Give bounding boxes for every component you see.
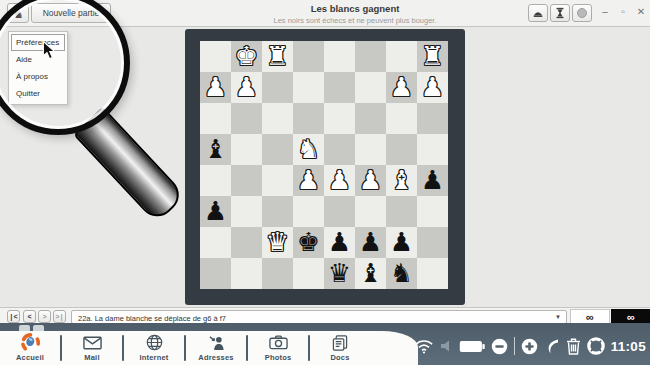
square-e8[interactable] — [293, 258, 324, 289]
square-h6[interactable]: ♟ — [200, 196, 231, 227]
chevron-down-icon: ▼ — [555, 314, 561, 320]
battery-full-icon[interactable] — [459, 340, 485, 353]
square-d6[interactable] — [324, 196, 355, 227]
square-d5[interactable]: ♟ — [324, 165, 355, 196]
square-a8[interactable] — [417, 258, 448, 289]
maximize-button[interactable]: ▫ — [616, 6, 630, 17]
white-knight[interactable]: ♞ — [293, 134, 324, 165]
square-e1[interactable] — [293, 41, 324, 72]
square-a6[interactable] — [417, 196, 448, 227]
square-h5[interactable] — [200, 165, 231, 196]
square-b7[interactable]: ♟ — [386, 227, 417, 258]
black-queen[interactable]: ♛ — [324, 258, 355, 289]
square-b4[interactable] — [386, 134, 417, 165]
flag-icon — [532, 7, 544, 19]
square-e2[interactable] — [293, 72, 324, 103]
square-a4[interactable] — [417, 134, 448, 165]
white-rook[interactable]: ♜ — [417, 41, 448, 72]
hourglass-button[interactable] — [550, 4, 570, 22]
taskbar-item-internet[interactable]: Internet — [124, 331, 184, 365]
square-g8[interactable] — [231, 258, 262, 289]
square-c7[interactable]: ♟ — [355, 227, 386, 258]
square-f3[interactable] — [262, 103, 293, 134]
previous-move-button[interactable]: < — [23, 310, 36, 323]
square-a1[interactable]: ♜ — [417, 41, 448, 72]
taskbar-status-area: 11:05 — [414, 333, 646, 359]
square-d4[interactable] — [324, 134, 355, 165]
square-g4[interactable] — [231, 134, 262, 165]
square-e3[interactable] — [293, 103, 324, 134]
black-pawn[interactable]: ♟ — [386, 227, 417, 258]
square-a5[interactable]: ♟ — [417, 165, 448, 196]
white-pawn[interactable]: ♟ — [293, 165, 324, 196]
home-swirl-icon — [20, 334, 41, 351]
volume-muted-icon[interactable] — [440, 339, 453, 353]
white-pawn[interactable]: ♟ — [417, 72, 448, 103]
record-dot-button[interactable] — [572, 4, 592, 22]
black-knight[interactable]: ♞ — [386, 258, 417, 289]
taskbar-item-adresses[interactable]: Adresses — [186, 331, 246, 365]
square-a7[interactable] — [417, 227, 448, 258]
square-b6[interactable] — [386, 196, 417, 227]
black-bishop[interactable]: ♝ — [355, 258, 386, 289]
square-e4[interactable]: ♞ — [293, 134, 324, 165]
square-f7[interactable]: ♛ — [262, 227, 293, 258]
black-king[interactable]: ♚ — [293, 227, 324, 258]
screen: { "window": { "app_button_icon": "knight… — [0, 0, 650, 365]
square-f1[interactable]: ♜ — [262, 41, 293, 72]
move-text: 22a. La dame blanche se déplace de g6 à … — [78, 314, 226, 323]
last-move-button[interactable]: >| — [53, 310, 66, 323]
taskbar-item-accueil[interactable]: Accueil — [0, 331, 60, 365]
white-king[interactable]: ♚ — [231, 41, 262, 72]
mail-icon — [83, 334, 102, 351]
taskbar: Accueil Mail Internet Adresses Photos Do… — [0, 323, 650, 365]
square-g6[interactable] — [231, 196, 262, 227]
black-pawn[interactable]: ♟ — [355, 227, 386, 258]
taskbar-item-label: Accueil — [16, 353, 44, 362]
camera-icon — [269, 334, 288, 351]
square-c5[interactable]: ♟ — [355, 165, 386, 196]
hourglass-icon — [554, 7, 566, 19]
white-pawn[interactable]: ♟ — [324, 165, 355, 196]
page-title: Les blancs gagnent — [230, 3, 480, 14]
move-list-dropdown[interactable]: 22a. La dame blanche se déplace de g6 à … — [71, 310, 567, 324]
wifi-icon[interactable] — [414, 339, 434, 354]
zoom-in-icon[interactable] — [521, 338, 538, 355]
square-c8[interactable]: ♝ — [355, 258, 386, 289]
square-h7[interactable] — [200, 227, 231, 258]
square-f2[interactable] — [262, 72, 293, 103]
white-pawn[interactable]: ♟ — [200, 72, 231, 103]
square-g7[interactable] — [231, 227, 262, 258]
square-e5[interactable]: ♟ — [293, 165, 324, 196]
taskbar-item-label: Photos — [265, 353, 292, 362]
square-b1[interactable] — [386, 41, 417, 72]
help-icon[interactable] — [587, 337, 605, 355]
taskbar-item-docs[interactable]: Docs — [310, 331, 370, 365]
square-g1[interactable]: ♚ — [231, 41, 262, 72]
mouse-cursor-icon — [42, 41, 56, 60]
white-pawn[interactable]: ♟ — [231, 72, 262, 103]
white-queen[interactable]: ♛ — [262, 227, 293, 258]
square-f8[interactable] — [262, 258, 293, 289]
square-e7[interactable]: ♚ — [293, 227, 324, 258]
square-f6[interactable] — [262, 196, 293, 227]
white-pawn[interactable]: ♟ — [386, 72, 417, 103]
square-d2[interactable] — [324, 72, 355, 103]
documents-icon — [332, 334, 348, 351]
gray-dot-icon — [577, 8, 587, 18]
square-f4[interactable] — [262, 134, 293, 165]
taskbar-item-label: Adresses — [198, 353, 233, 362]
page-subtitle: Les noirs sont échecs et ne peuvent plus… — [230, 16, 480, 25]
contacts-icon — [208, 334, 225, 351]
taskbar-item-mail[interactable]: Mail — [62, 331, 122, 365]
square-c2[interactable] — [355, 72, 386, 103]
square-d8[interactable]: ♛ — [324, 258, 355, 289]
taskbar-launcher-panel: Accueil Mail Internet Adresses Photos Do… — [0, 331, 418, 365]
zoom-out-icon[interactable] — [491, 338, 508, 355]
black-bishop[interactable]: ♝ — [200, 134, 231, 165]
clock-time: 11:05 — [611, 339, 646, 354]
square-g5[interactable] — [231, 165, 262, 196]
square-d1[interactable] — [324, 41, 355, 72]
square-c6[interactable] — [355, 196, 386, 227]
black-pawn[interactable]: ♟ — [417, 165, 448, 196]
taskbar-item-photos[interactable]: Photos — [248, 331, 308, 365]
trash-icon[interactable] — [566, 338, 581, 355]
black-pawn[interactable]: ♟ — [200, 196, 231, 227]
square-b8[interactable]: ♞ — [386, 258, 417, 289]
taskbar-item-label: Docs — [330, 353, 349, 362]
white-pawn[interactable]: ♟ — [355, 165, 386, 196]
square-d3[interactable] — [324, 103, 355, 134]
square-h4[interactable]: ♝ — [200, 134, 231, 165]
square-d7[interactable]: ♟ — [324, 227, 355, 258]
taskbar-item-label: Internet — [139, 353, 168, 362]
minimize-button[interactable]: – — [598, 6, 612, 17]
close-button[interactable]: ✕ — [634, 6, 648, 17]
white-rook[interactable]: ♜ — [262, 41, 293, 72]
square-h8[interactable] — [200, 258, 231, 289]
square-b3[interactable] — [386, 103, 417, 134]
status-titles: Les blancs gagnent Les noirs sont échecs… — [230, 3, 480, 25]
undo-icon[interactable] — [544, 338, 560, 355]
square-c4[interactable] — [355, 134, 386, 165]
square-b5[interactable]: ♝ — [386, 165, 417, 196]
square-c1[interactable] — [355, 41, 386, 72]
chess-board: ♚♜♜♟♟♟♟♝♞♟♟♟♝♟♟♛♚♟♟♟♛♝♞ — [200, 41, 448, 289]
square-c3[interactable] — [355, 103, 386, 134]
square-h1[interactable] — [200, 41, 231, 72]
square-h3[interactable] — [200, 103, 231, 134]
black-pawn[interactable]: ♟ — [324, 227, 355, 258]
square-h2[interactable]: ♟ — [200, 72, 231, 103]
globe-icon — [146, 334, 163, 351]
square-b2[interactable]: ♟ — [386, 72, 417, 103]
white-bishop[interactable]: ♝ — [386, 165, 417, 196]
square-a2[interactable]: ♟ — [417, 72, 448, 103]
square-f5[interactable] — [262, 165, 293, 196]
square-g3[interactable] — [231, 103, 262, 134]
square-g2[interactable]: ♟ — [231, 72, 262, 103]
flag-button[interactable] — [528, 4, 548, 22]
status-divider — [514, 337, 515, 355]
first-move-button[interactable]: |< — [7, 310, 20, 323]
square-e6[interactable] — [293, 196, 324, 227]
square-a3[interactable] — [417, 103, 448, 134]
next-move-button[interactable]: > — [38, 310, 51, 323]
taskbar-item-label: Mail — [84, 353, 99, 362]
